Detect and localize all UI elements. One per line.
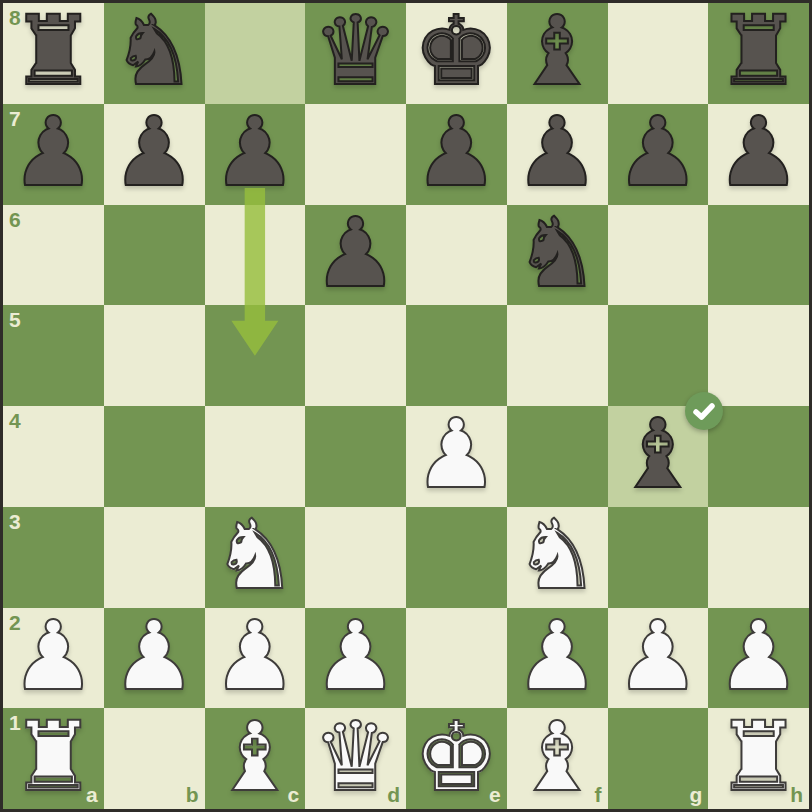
square-a6[interactable]: 6 [3, 205, 104, 306]
square-e4[interactable]: ♟ [406, 406, 507, 507]
piece-white-pawn-c2[interactable]: ♟ [205, 608, 306, 709]
chess-board-stage: 8♜♞♛♚♝♜7♟♟♟♟♟♟♟6♟♞54♟♝3♞♞2♟♟♟♟♟♟♟1a♜bc♝d… [0, 0, 812, 812]
piece-black-rook-h8[interactable]: ♜ [708, 3, 809, 104]
square-h2[interactable]: ♟ [708, 608, 809, 709]
square-a7[interactable]: 7♟ [3, 104, 104, 205]
square-f4[interactable] [507, 406, 608, 507]
piece-white-rook-h1[interactable]: ♜ [708, 708, 809, 809]
piece-white-queen-d1[interactable]: ♛ [305, 708, 406, 809]
square-d5[interactable] [305, 305, 406, 406]
square-b5[interactable] [104, 305, 205, 406]
square-e6[interactable] [406, 205, 507, 306]
square-e1[interactable]: e♚ [406, 708, 507, 809]
square-f3[interactable]: ♞ [507, 507, 608, 608]
square-d8[interactable]: ♛ [305, 3, 406, 104]
square-b2[interactable]: ♟ [104, 608, 205, 709]
rank-label-4: 4 [9, 410, 21, 431]
piece-black-knight-b8[interactable]: ♞ [104, 3, 205, 104]
piece-black-bishop-f8[interactable]: ♝ [507, 3, 608, 104]
square-c2[interactable]: ♟ [205, 608, 306, 709]
piece-white-pawn-f2[interactable]: ♟ [507, 608, 608, 709]
piece-white-pawn-g2[interactable]: ♟ [608, 608, 709, 709]
square-f6[interactable]: ♞ [507, 205, 608, 306]
piece-black-queen-d8[interactable]: ♛ [305, 3, 406, 104]
square-c4[interactable] [205, 406, 306, 507]
square-b6[interactable] [104, 205, 205, 306]
square-b3[interactable] [104, 507, 205, 608]
square-h4[interactable] [708, 406, 809, 507]
square-g7[interactable]: ♟ [608, 104, 709, 205]
square-d1[interactable]: d♛ [305, 708, 406, 809]
square-a3[interactable]: 3 [3, 507, 104, 608]
square-d3[interactable] [305, 507, 406, 608]
square-f8[interactable]: ♝ [507, 3, 608, 104]
square-b8[interactable]: ♞ [104, 3, 205, 104]
file-label-b: b [186, 784, 199, 805]
square-g2[interactable]: ♟ [608, 608, 709, 709]
square-h8[interactable]: ♜ [708, 3, 809, 104]
square-g1[interactable]: g [608, 708, 709, 809]
square-h3[interactable] [708, 507, 809, 608]
square-a5[interactable]: 5 [3, 305, 104, 406]
square-c5[interactable] [205, 305, 306, 406]
piece-black-pawn-h7[interactable]: ♟ [708, 104, 809, 205]
square-h7[interactable]: ♟ [708, 104, 809, 205]
square-b1[interactable]: b [104, 708, 205, 809]
square-a2[interactable]: 2♟ [3, 608, 104, 709]
rank-label-6: 6 [9, 209, 21, 230]
piece-white-pawn-e4[interactable]: ♟ [406, 406, 507, 507]
piece-white-bishop-f1[interactable]: ♝ [507, 708, 608, 809]
square-c1[interactable]: c♝ [205, 708, 306, 809]
square-d7[interactable] [305, 104, 406, 205]
piece-black-pawn-f7[interactable]: ♟ [507, 104, 608, 205]
square-f7[interactable]: ♟ [507, 104, 608, 205]
checkmark-icon [692, 399, 716, 423]
square-g6[interactable] [608, 205, 709, 306]
square-e3[interactable] [406, 507, 507, 608]
square-f5[interactable] [507, 305, 608, 406]
square-f1[interactable]: f♝ [507, 708, 608, 809]
square-e8[interactable]: ♚ [406, 3, 507, 104]
square-b4[interactable] [104, 406, 205, 507]
piece-black-knight-f6[interactable]: ♞ [507, 205, 608, 306]
square-h6[interactable] [708, 205, 809, 306]
rank-label-5: 5 [9, 309, 21, 330]
square-c3[interactable]: ♞ [205, 507, 306, 608]
square-e7[interactable]: ♟ [406, 104, 507, 205]
piece-black-pawn-g7[interactable]: ♟ [608, 104, 709, 205]
piece-black-pawn-d6[interactable]: ♟ [305, 205, 406, 306]
square-a4[interactable]: 4 [3, 406, 104, 507]
piece-black-pawn-c7[interactable]: ♟ [205, 104, 306, 205]
square-c6[interactable] [205, 205, 306, 306]
piece-white-pawn-d2[interactable]: ♟ [305, 608, 406, 709]
square-e2[interactable] [406, 608, 507, 709]
square-g3[interactable] [608, 507, 709, 608]
square-e5[interactable] [406, 305, 507, 406]
piece-white-pawn-h2[interactable]: ♟ [708, 608, 809, 709]
piece-white-pawn-b2[interactable]: ♟ [104, 608, 205, 709]
square-a8[interactable]: 8♜ [3, 3, 104, 104]
piece-white-pawn-a2[interactable]: ♟ [3, 608, 104, 709]
square-d6[interactable]: ♟ [305, 205, 406, 306]
square-g8[interactable] [608, 3, 709, 104]
square-a1[interactable]: 1a♜ [3, 708, 104, 809]
piece-white-knight-f3[interactable]: ♞ [507, 507, 608, 608]
square-h1[interactable]: h♜ [708, 708, 809, 809]
rank-label-3: 3 [9, 511, 21, 532]
square-c7[interactable]: ♟ [205, 104, 306, 205]
square-b7[interactable]: ♟ [104, 104, 205, 205]
square-h5[interactable] [708, 305, 809, 406]
square-c8[interactable] [205, 3, 306, 104]
correct-move-badge [685, 392, 723, 430]
piece-black-king-e8[interactable]: ♚ [406, 3, 507, 104]
file-label-g: g [689, 784, 702, 805]
piece-black-pawn-e7[interactable]: ♟ [406, 104, 507, 205]
piece-black-pawn-a7[interactable]: ♟ [3, 104, 104, 205]
piece-white-knight-c3[interactable]: ♞ [205, 507, 306, 608]
piece-black-pawn-b7[interactable]: ♟ [104, 104, 205, 205]
square-d2[interactable]: ♟ [305, 608, 406, 709]
piece-white-bishop-c1[interactable]: ♝ [205, 708, 306, 809]
square-g5[interactable] [608, 305, 709, 406]
piece-white-king-e1[interactable]: ♚ [406, 708, 507, 809]
square-f2[interactable]: ♟ [507, 608, 608, 709]
square-d4[interactable] [305, 406, 406, 507]
piece-white-rook-a1[interactable]: ♜ [3, 708, 104, 809]
piece-black-rook-a8[interactable]: ♜ [3, 3, 104, 104]
